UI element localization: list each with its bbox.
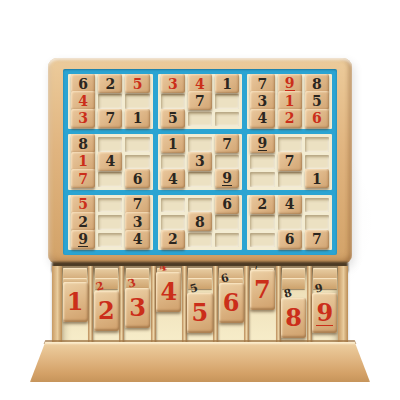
cell-r9c5[interactable]	[188, 233, 212, 247]
board-tile-8-r1c9[interactable]: 8	[305, 74, 329, 93]
board-tile-2-r3c8[interactable]: 2	[278, 109, 302, 128]
cell-r1c4[interactable]: 3	[161, 77, 185, 91]
drawer-tile-7[interactable]: 7	[250, 270, 275, 310]
cell-r1c9[interactable]: 8	[305, 77, 329, 91]
cell-r3c3[interactable]: 1	[125, 112, 149, 126]
board-tile-6-r1c1[interactable]: 6	[71, 74, 95, 93]
cell-r6c8[interactable]	[278, 172, 302, 186]
drawer-slot-5: 55	[187, 266, 213, 344]
cell-r6c5[interactable]	[188, 172, 212, 186]
cell-r9c9[interactable]: 7	[305, 233, 329, 247]
board-tile-1-r1c6[interactable]: 1	[215, 74, 239, 93]
board-tile-4-r3c7[interactable]: 4	[250, 109, 274, 128]
block-7: 572394	[68, 195, 153, 250]
cell-r9c4[interactable]: 2	[161, 233, 185, 247]
board-tile-6-r6c3[interactable]: 6	[125, 169, 149, 188]
cell-r4c8[interactable]	[278, 137, 302, 151]
board-tile-9-r4c7[interactable]: 9	[250, 134, 274, 153]
drawer-tile-8[interactable]: 8	[281, 298, 306, 338]
drawer-slots: 12233445566778899	[62, 266, 338, 344]
cell-r4c9[interactable]	[305, 137, 329, 151]
cell-r9c1[interactable]: 9	[71, 233, 95, 247]
block-2: 34175	[158, 74, 243, 129]
board-tile-1-r5c1[interactable]: 1	[71, 152, 95, 171]
board-tile-1-r6c9[interactable]: 1	[305, 169, 329, 188]
board-tile-1-r2c8[interactable]: 1	[278, 91, 302, 110]
cell-r5c8[interactable]: 7	[278, 155, 302, 169]
underlined-nine: 9	[258, 136, 268, 151]
drawer-tile-5[interactable]: 5	[187, 293, 212, 333]
board-tile-7-r1c7[interactable]: 7	[250, 74, 274, 93]
cell-r6c9[interactable]: 1	[305, 172, 329, 186]
cell-r1c3[interactable]: 5	[125, 77, 149, 91]
underlined-nine: 9	[285, 76, 295, 91]
underlined-nine: 9	[78, 232, 88, 247]
block-9: 2467	[247, 195, 332, 250]
board-tile-9-r9c1[interactable]: 9	[71, 230, 95, 249]
cell-r4c3[interactable]	[125, 137, 149, 151]
board-tile-4-r6c4[interactable]: 4	[161, 169, 185, 188]
cell-r1c8[interactable]: 9	[278, 77, 302, 91]
cell-r4c5[interactable]	[188, 137, 212, 151]
sudoku-grid: 6254371341757983154268147617349971572394…	[68, 74, 332, 250]
board-tile-6-r7c6[interactable]: 6	[215, 195, 239, 214]
cell-r2c9[interactable]: 5	[305, 94, 329, 108]
cell-r9c2[interactable]	[98, 233, 122, 247]
cell-r1c5[interactable]: 4	[188, 77, 212, 91]
cell-r7c7[interactable]: 2	[250, 198, 274, 212]
cell-r2c2[interactable]	[98, 94, 122, 108]
cell-r1c7[interactable]: 7	[250, 77, 274, 91]
cell-r2c1[interactable]: 4	[71, 94, 95, 108]
cell-r7c8[interactable]: 4	[278, 198, 302, 212]
board-tile-3-r2c7[interactable]: 3	[250, 91, 274, 110]
drawer-slot-4: 44	[156, 266, 182, 344]
board-tile-7-r7c3[interactable]: 7	[125, 195, 149, 214]
cell-r8c6[interactable]	[215, 215, 239, 229]
board-tile-4-r9c3[interactable]: 4	[125, 230, 149, 249]
board-tile-5-r7c1[interactable]: 5	[71, 195, 95, 214]
block-4: 81476	[68, 134, 153, 189]
drawer-tile-6[interactable]: 6	[219, 283, 244, 323]
cell-r7c6[interactable]: 6	[215, 198, 239, 212]
cell-r6c7[interactable]	[250, 172, 274, 186]
board-tile-3-r3c1[interactable]: 3	[71, 109, 95, 128]
board-tile-4-r7c8[interactable]: 4	[278, 195, 302, 214]
board-tile-6-r9c8[interactable]: 6	[278, 230, 302, 249]
block-3: 798315426	[247, 74, 332, 129]
block-1: 6254371	[68, 74, 153, 129]
cell-r8c5[interactable]: 8	[188, 215, 212, 229]
board-tile-2-r7c7[interactable]: 2	[250, 195, 274, 214]
cell-r6c4[interactable]: 4	[161, 172, 185, 186]
cell-r2c3[interactable]	[125, 94, 149, 108]
cell-r7c4[interactable]	[161, 198, 185, 212]
cell-r5c7[interactable]	[250, 155, 274, 169]
drawer-slot-9: 99	[312, 266, 338, 344]
cell-r4c7[interactable]: 9	[250, 137, 274, 151]
cell-r6c3[interactable]: 6	[125, 172, 149, 186]
cell-r9c6[interactable]	[215, 233, 239, 247]
board-tile-6-r3c9[interactable]: 6	[305, 109, 329, 128]
board-tile-8-r8c5[interactable]: 8	[188, 212, 212, 231]
cell-r5c5[interactable]: 3	[188, 155, 212, 169]
drawer-tile-1[interactable]: 1	[63, 282, 88, 322]
drawer-tile-4[interactable]: 4	[156, 272, 181, 312]
cell-r5c3[interactable]	[125, 155, 149, 169]
drawer-tile-3[interactable]: 3	[125, 288, 150, 328]
cell-r7c9[interactable]	[305, 198, 329, 212]
drawer-slot-2: 22	[93, 266, 119, 344]
cell-r8c3[interactable]: 3	[125, 215, 149, 229]
cell-r4c2[interactable]	[98, 137, 122, 151]
drawer-tile-2[interactable]: 2	[94, 291, 119, 331]
cell-r3c1[interactable]: 3	[71, 112, 95, 126]
drawer-right-wall	[338, 266, 348, 344]
board-tile-7-r4c6[interactable]: 7	[215, 134, 239, 153]
cell-r2c5[interactable]: 7	[188, 94, 212, 108]
cell-r3c6[interactable]	[215, 112, 239, 126]
cell-r6c1[interactable]: 7	[71, 172, 95, 186]
board-tile-5-r1c3[interactable]: 5	[125, 74, 149, 93]
board-tile-7-r5c8[interactable]: 7	[278, 152, 302, 171]
cell-r5c1[interactable]: 1	[71, 155, 95, 169]
cell-r5c4[interactable]	[161, 155, 185, 169]
board-tile-4-r1c5[interactable]: 4	[188, 74, 212, 93]
drawer-front-panel[interactable]	[30, 342, 370, 382]
cell-r9c3[interactable]: 4	[125, 233, 149, 247]
cell-r5c9[interactable]	[305, 155, 329, 169]
board-tile-1-r4c4[interactable]: 1	[161, 134, 185, 153]
cell-r8c1[interactable]: 2	[71, 215, 95, 229]
drawer-slot-3: 33	[124, 266, 150, 344]
cell-r7c1[interactable]: 5	[71, 198, 95, 212]
cell-r7c2[interactable]	[98, 198, 122, 212]
cell-r3c8[interactable]: 2	[278, 112, 302, 126]
drawer-slot-7: 77	[249, 266, 275, 344]
board-tile-9-r1c8[interactable]: 9	[278, 74, 302, 93]
underlined-nine: 9	[316, 301, 333, 326]
board-tile-3-r1c4[interactable]: 3	[161, 74, 185, 93]
board-tile-9-r6c6[interactable]: 9	[215, 169, 239, 188]
drawer-slot-8: 88	[281, 266, 307, 344]
cell-r8c2[interactable]	[98, 215, 122, 229]
cell-r5c6[interactable]	[215, 155, 239, 169]
cell-r1c2[interactable]: 2	[98, 77, 122, 91]
cell-r7c3[interactable]: 7	[125, 198, 149, 212]
cell-r2c6[interactable]	[215, 94, 239, 108]
sudoku-board-frame: 6254371341757983154268147617349971572394…	[48, 58, 352, 264]
drawer-slot-1: 1	[62, 266, 88, 344]
drawer-slot-6: 66	[218, 266, 244, 344]
cell-r6c2[interactable]	[98, 172, 122, 186]
block-5: 17349	[158, 134, 243, 189]
cell-r3c4[interactable]: 5	[161, 112, 185, 126]
block-6: 971	[247, 134, 332, 189]
board-tile-1-r3c3[interactable]: 1	[125, 109, 149, 128]
cell-r1c1[interactable]: 6	[71, 77, 95, 91]
board-tile-4-r2c1[interactable]: 4	[71, 91, 95, 110]
cell-r4c6[interactable]: 7	[215, 137, 239, 151]
cell-r5c2[interactable]: 4	[98, 155, 122, 169]
board-tile-3-r8c3[interactable]: 3	[125, 212, 149, 231]
board-tile-2-r1c2[interactable]: 2	[98, 74, 122, 93]
board-tile-7-r6c1[interactable]: 7	[71, 169, 95, 188]
cell-r2c8[interactable]: 1	[278, 94, 302, 108]
underlined-nine: 9	[222, 171, 232, 186]
drawer-left-wall	[52, 266, 62, 344]
cell-r3c9[interactable]: 6	[305, 112, 329, 126]
cell-r1c6[interactable]: 1	[215, 77, 239, 91]
cell-r4c4[interactable]: 1	[161, 137, 185, 151]
board-tile-5-r2c9[interactable]: 5	[305, 91, 329, 110]
cell-r6c6[interactable]: 9	[215, 172, 239, 186]
cell-r3c5[interactable]	[188, 112, 212, 126]
cell-r3c7[interactable]: 4	[250, 112, 274, 126]
cell-r3c2[interactable]: 7	[98, 112, 122, 126]
cell-r8c8[interactable]	[278, 215, 302, 229]
board-tile-2-r8c1[interactable]: 2	[71, 212, 95, 231]
board-tile-7-r3c2[interactable]: 7	[98, 109, 122, 128]
board-tile-7-r2c5[interactable]: 7	[188, 91, 212, 110]
drawer-tile-9[interactable]: 9	[312, 293, 337, 333]
cell-r4c1[interactable]: 8	[71, 137, 95, 151]
board-tile-5-r3c4[interactable]: 5	[161, 109, 185, 128]
grid-blue-border: 6254371341757983154268147617349971572394…	[63, 69, 337, 255]
block-8: 682	[158, 195, 243, 250]
cell-r2c4[interactable]	[161, 94, 185, 108]
cell-r8c9[interactable]	[305, 215, 329, 229]
cell-r2c7[interactable]: 3	[250, 94, 274, 108]
cell-r9c7[interactable]	[250, 233, 274, 247]
cell-r7c5[interactable]	[188, 198, 212, 212]
cell-r8c7[interactable]	[250, 215, 274, 229]
cell-r9c8[interactable]: 6	[278, 233, 302, 247]
board-tile-3-r5c5[interactable]: 3	[188, 152, 212, 171]
board-tile-8-r4c1[interactable]: 8	[71, 134, 95, 153]
cell-r8c4[interactable]	[161, 215, 185, 229]
board-tile-7-r9c9[interactable]: 7	[305, 230, 329, 249]
board-tile-2-r9c4[interactable]: 2	[161, 230, 185, 249]
board-tile-4-r5c2[interactable]: 4	[98, 152, 122, 171]
